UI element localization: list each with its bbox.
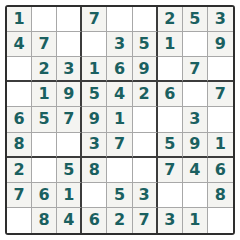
cell-r7c5[interactable] [107,158,132,183]
cell-r3c6: 9 [133,57,158,82]
cell-r2c3[interactable] [57,32,82,57]
cell-r1c4: 7 [82,7,107,32]
cell-r7c7: 7 [158,158,183,183]
cell-r9c9[interactable] [208,208,233,233]
cell-r4c5: 4 [107,82,132,107]
cell-r8c7[interactable] [158,183,183,208]
cell-r4c2: 1 [32,82,57,107]
cell-r3c7[interactable] [158,57,183,82]
cell-r3c4: 1 [82,57,107,82]
cell-r6c5: 7 [107,133,132,158]
cell-r9c6: 7 [133,208,158,233]
cell-r8c1: 7 [7,183,32,208]
cell-r3c1[interactable] [7,57,32,82]
cell-r2c9: 9 [208,32,233,57]
cell-r4c1[interactable] [7,82,32,107]
cell-r9c4: 6 [82,208,107,233]
cell-r9c2: 8 [32,208,57,233]
cell-r3c3: 3 [57,57,82,82]
cell-r6c7: 5 [158,133,183,158]
cell-r8c9: 8 [208,183,233,208]
cell-r4c6: 2 [133,82,158,107]
cell-r5c9[interactable] [208,107,233,132]
cell-r5c4: 9 [82,107,107,132]
cell-r8c3: 1 [57,183,82,208]
cell-r4c3: 9 [57,82,82,107]
cell-r7c6[interactable] [133,158,158,183]
cell-r1c7: 2 [158,7,183,32]
cell-r2c6: 5 [133,32,158,57]
cell-r5c5: 1 [107,107,132,132]
cell-r2c7: 1 [158,32,183,57]
cell-r6c4: 3 [82,133,107,158]
cell-r1c3[interactable] [57,7,82,32]
cell-r6c3[interactable] [57,133,82,158]
sudoku-board: 1725347351923169719542676579138375912587… [5,5,235,235]
cell-r9c5: 2 [107,208,132,233]
cell-r1c5[interactable] [107,7,132,32]
cell-r7c2[interactable] [32,158,57,183]
cell-r4c4: 5 [82,82,107,107]
cell-r6c2[interactable] [32,133,57,158]
cell-r3c9[interactable] [208,57,233,82]
cell-r4c8[interactable] [183,82,208,107]
cell-r5c6[interactable] [133,107,158,132]
cell-r8c2: 6 [32,183,57,208]
cell-r3c8: 7 [183,57,208,82]
cell-r3c5: 6 [107,57,132,82]
cell-r1c9: 3 [208,7,233,32]
cell-r6c1: 8 [7,133,32,158]
cell-r5c3: 7 [57,107,82,132]
cell-r5c1: 6 [7,107,32,132]
cell-r5c8: 3 [183,107,208,132]
cell-r2c1: 4 [7,32,32,57]
cell-r2c8[interactable] [183,32,208,57]
cell-r2c4[interactable] [82,32,107,57]
cell-r3c2: 2 [32,57,57,82]
cell-r2c5: 3 [107,32,132,57]
cell-r7c9: 6 [208,158,233,183]
cell-r9c8: 1 [183,208,208,233]
cell-r8c6: 3 [133,183,158,208]
cell-r8c8[interactable] [183,183,208,208]
cell-r9c1[interactable] [7,208,32,233]
cell-r4c7: 6 [158,82,183,107]
cell-r9c3: 4 [57,208,82,233]
cell-r1c1: 1 [7,7,32,32]
cell-r6c8: 9 [183,133,208,158]
cell-r7c4: 8 [82,158,107,183]
cell-r8c4[interactable] [82,183,107,208]
cell-r2c2: 7 [32,32,57,57]
cell-r9c7: 3 [158,208,183,233]
cell-r4c9: 7 [208,82,233,107]
cell-r6c9: 1 [208,133,233,158]
cell-r1c6[interactable] [133,7,158,32]
cell-r7c3: 5 [57,158,82,183]
cell-r1c2[interactable] [32,7,57,32]
cell-r5c7[interactable] [158,107,183,132]
cell-r7c8: 4 [183,158,208,183]
cell-r1c8: 5 [183,7,208,32]
cell-r8c5: 5 [107,183,132,208]
cell-r6c6[interactable] [133,133,158,158]
cell-r7c1: 2 [7,158,32,183]
cell-r5c2: 5 [32,107,57,132]
